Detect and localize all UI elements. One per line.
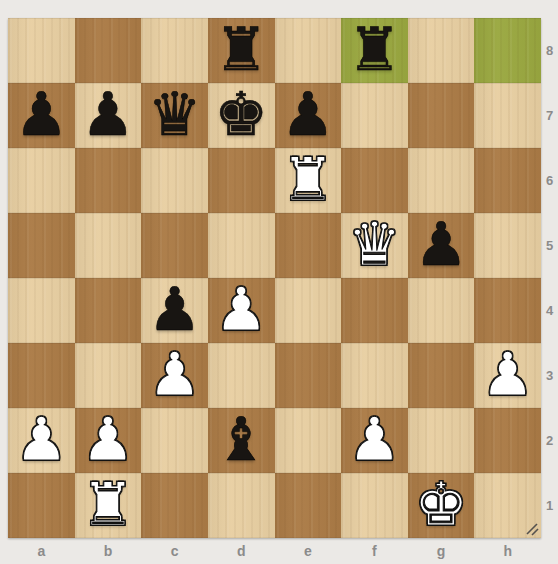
square-b5[interactable] — [75, 213, 142, 278]
square-d7[interactable]: ♚ — [208, 83, 275, 148]
square-c4[interactable]: ♟ — [141, 278, 208, 343]
square-d6[interactable] — [208, 148, 275, 213]
square-d1[interactable] — [208, 473, 275, 538]
square-e7[interactable]: ♟ — [275, 83, 342, 148]
square-g4[interactable] — [408, 278, 475, 343]
square-a8[interactable] — [8, 18, 75, 83]
piece-white-rook[interactable]: ♜ — [81, 474, 135, 534]
square-h3[interactable]: ♟ — [474, 343, 541, 408]
file-label-g: g — [408, 538, 475, 564]
square-b8[interactable] — [75, 18, 142, 83]
square-f6[interactable] — [341, 148, 408, 213]
square-d2[interactable]: ♝ — [208, 408, 275, 473]
square-f4[interactable] — [341, 278, 408, 343]
square-e1[interactable] — [275, 473, 342, 538]
square-c2[interactable] — [141, 408, 208, 473]
piece-black-rook[interactable]: ♜ — [348, 19, 402, 79]
piece-black-pawn[interactable]: ♟ — [14, 84, 68, 144]
square-d5[interactable] — [208, 213, 275, 278]
square-h6[interactable] — [474, 148, 541, 213]
rank-label-8: 8 — [541, 18, 558, 83]
square-a6[interactable] — [8, 148, 75, 213]
rank-label-2: 2 — [541, 408, 558, 473]
rank-label-4: 4 — [541, 278, 558, 343]
rank-label-7: 7 — [541, 83, 558, 148]
square-g6[interactable] — [408, 148, 475, 213]
piece-white-pawn[interactable]: ♟ — [481, 344, 535, 404]
square-a3[interactable] — [8, 343, 75, 408]
square-h7[interactable] — [474, 83, 541, 148]
square-e6[interactable]: ♜ — [275, 148, 342, 213]
square-f7[interactable] — [341, 83, 408, 148]
piece-black-pawn[interactable]: ♟ — [81, 84, 135, 144]
square-f2[interactable]: ♟ — [341, 408, 408, 473]
rank-coordinates: 87654321 — [541, 18, 558, 538]
file-label-d: d — [208, 538, 275, 564]
square-h8[interactable] — [474, 18, 541, 83]
file-label-h: h — [474, 538, 541, 564]
square-g7[interactable] — [408, 83, 475, 148]
square-a1[interactable] — [8, 473, 75, 538]
square-h4[interactable] — [474, 278, 541, 343]
file-label-b: b — [75, 538, 142, 564]
piece-white-pawn[interactable]: ♟ — [81, 409, 135, 469]
chess-board: ♜♜♟♟♛♚♟♜♛♟♟♟♟♟♟♟♝♟♜♚ — [8, 18, 541, 538]
square-b1[interactable]: ♜ — [75, 473, 142, 538]
square-g1[interactable]: ♚ — [408, 473, 475, 538]
piece-white-pawn[interactable]: ♟ — [348, 409, 402, 469]
square-f1[interactable] — [341, 473, 408, 538]
square-d8[interactable]: ♜ — [208, 18, 275, 83]
piece-black-bishop[interactable]: ♝ — [214, 409, 268, 469]
square-a5[interactable] — [8, 213, 75, 278]
square-e4[interactable] — [275, 278, 342, 343]
square-g2[interactable] — [408, 408, 475, 473]
rank-label-1: 1 — [541, 473, 558, 538]
square-g8[interactable] — [408, 18, 475, 83]
square-d4[interactable]: ♟ — [208, 278, 275, 343]
square-b4[interactable] — [75, 278, 142, 343]
file-label-c: c — [141, 538, 208, 564]
square-h5[interactable] — [474, 213, 541, 278]
square-b2[interactable]: ♟ — [75, 408, 142, 473]
square-a2[interactable]: ♟ — [8, 408, 75, 473]
piece-black-pawn[interactable]: ♟ — [148, 279, 202, 339]
file-label-a: a — [8, 538, 75, 564]
piece-black-queen[interactable]: ♛ — [148, 84, 202, 144]
rank-label-6: 6 — [541, 148, 558, 213]
file-label-e: e — [275, 538, 342, 564]
piece-white-pawn[interactable]: ♟ — [148, 344, 202, 404]
rank-label-3: 3 — [541, 343, 558, 408]
piece-black-king[interactable]: ♚ — [214, 84, 268, 144]
square-b3[interactable] — [75, 343, 142, 408]
rank-label-5: 5 — [541, 213, 558, 278]
piece-black-pawn[interactable]: ♟ — [414, 214, 468, 274]
square-e8[interactable] — [275, 18, 342, 83]
file-coordinates: abcdefgh — [8, 538, 541, 564]
square-f8[interactable]: ♜ — [341, 18, 408, 83]
square-h2[interactable] — [474, 408, 541, 473]
piece-white-pawn[interactable]: ♟ — [214, 279, 268, 339]
piece-black-pawn[interactable]: ♟ — [281, 84, 335, 144]
board-resize-handle-icon[interactable] — [524, 521, 539, 536]
square-a4[interactable] — [8, 278, 75, 343]
square-g5[interactable]: ♟ — [408, 213, 475, 278]
square-c1[interactable] — [141, 473, 208, 538]
page-background: ♜♜♟♟♛♚♟♜♛♟♟♟♟♟♟♟♝♟♜♚ abcdefgh 87654321 — [0, 0, 558, 564]
piece-white-pawn[interactable]: ♟ — [14, 409, 68, 469]
square-c5[interactable] — [141, 213, 208, 278]
square-c7[interactable]: ♛ — [141, 83, 208, 148]
square-b7[interactable]: ♟ — [75, 83, 142, 148]
square-e3[interactable] — [275, 343, 342, 408]
square-f3[interactable] — [341, 343, 408, 408]
piece-white-queen[interactable]: ♛ — [348, 214, 402, 274]
square-c8[interactable] — [141, 18, 208, 83]
square-a7[interactable]: ♟ — [8, 83, 75, 148]
file-label-f: f — [341, 538, 408, 564]
square-e2[interactable] — [275, 408, 342, 473]
square-g3[interactable] — [408, 343, 475, 408]
square-c6[interactable] — [141, 148, 208, 213]
square-f5[interactable]: ♛ — [341, 213, 408, 278]
piece-white-rook[interactable]: ♜ — [281, 149, 335, 209]
square-b6[interactable] — [75, 148, 142, 213]
square-d3[interactable] — [208, 343, 275, 408]
square-c3[interactable]: ♟ — [141, 343, 208, 408]
piece-black-rook[interactable]: ♜ — [214, 19, 268, 79]
piece-white-king[interactable]: ♚ — [414, 474, 468, 534]
square-e5[interactable] — [275, 213, 342, 278]
